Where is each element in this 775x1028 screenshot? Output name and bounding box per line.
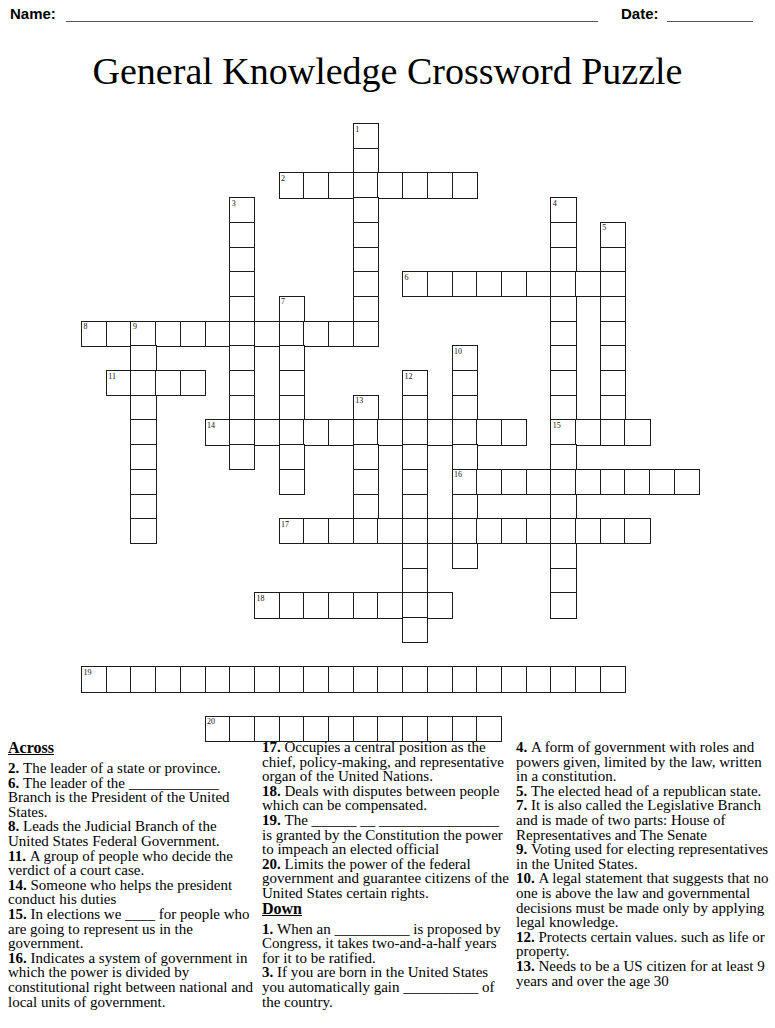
grid-cell[interactable]: 11 [106, 370, 132, 396]
clue-text: A form of government with roles and powe… [516, 739, 762, 784]
grid-cell[interactable] [229, 271, 255, 297]
grid-cell[interactable] [501, 271, 527, 297]
grid-cell[interactable] [550, 469, 576, 495]
grid-cell[interactable] [476, 469, 502, 495]
grid-cell[interactable] [229, 321, 255, 347]
clue-number: 12. [516, 929, 539, 945]
grid-cell[interactable] [427, 518, 453, 544]
grid-cell[interactable] [550, 568, 576, 594]
grid-cell[interactable] [600, 345, 626, 371]
grid-cell[interactable] [452, 370, 478, 396]
grid-cell[interactable] [279, 370, 305, 396]
cell-number: 19 [84, 668, 92, 677]
clue-item: 9. Voting used for electing representati… [516, 842, 769, 871]
clue-item: 20. Limits the power of the federal gove… [262, 857, 510, 901]
grid-cell[interactable] [402, 395, 428, 421]
clue-item: 10. A legal statement that suggests that… [516, 871, 769, 929]
date-fill-in-line[interactable] [667, 21, 753, 22]
cell-number: 8 [84, 322, 88, 331]
clue-number: 6. [8, 775, 23, 791]
clue-number: 10. [516, 870, 539, 886]
grid-cell[interactable] [303, 592, 329, 618]
grid-cell[interactable] [328, 172, 354, 198]
cell-number: 7 [281, 297, 285, 306]
clue-text: It is also called the Legislative Branch… [516, 797, 761, 842]
grid-cell[interactable] [279, 419, 305, 445]
grid-cell[interactable] [353, 271, 379, 297]
grid-cell[interactable] [427, 419, 453, 445]
page-title: General Knowledge Crossword Puzzle [0, 50, 775, 92]
grid-cell[interactable] [130, 444, 156, 470]
grid-cell[interactable] [279, 395, 305, 421]
clue-item: 17. Occupies a central position as the c… [262, 740, 510, 784]
grid-cell[interactable]: 10 [452, 345, 478, 371]
grid-cell[interactable] [155, 666, 181, 692]
grid-cell[interactable] [155, 321, 181, 347]
grid-cell[interactable] [550, 296, 576, 322]
clue-item: 16. Indicates a system of government in … [8, 951, 255, 1009]
grid-cell[interactable] [254, 666, 280, 692]
grid-cell[interactable] [600, 518, 626, 544]
grid-cell[interactable] [353, 172, 379, 198]
grid-cell[interactable] [550, 518, 576, 544]
clue-text: If you are born in the United States you… [262, 964, 494, 1009]
grid-cell[interactable] [427, 592, 453, 618]
cell-number: 3 [232, 199, 236, 208]
clue-text: A group of people who decide the verdict… [8, 848, 233, 879]
grid-cell[interactable] [377, 172, 403, 198]
grid-cell[interactable] [279, 469, 305, 495]
grid-cell[interactable] [353, 247, 379, 273]
grid-cell[interactable] [526, 469, 552, 495]
cell-number: 11 [108, 372, 116, 381]
clue-item: 3. If you are born in the United States … [262, 965, 510, 1009]
grid-cell[interactable] [229, 666, 255, 692]
grid-cell[interactable] [180, 370, 206, 396]
grid-cell[interactable] [550, 666, 576, 692]
clue-item: 6. The leader of the ____________ Branch… [8, 776, 255, 820]
grid-cell[interactable] [575, 469, 601, 495]
grid-cell[interactable] [550, 321, 576, 347]
clue-text: Occupies a central position as the chief… [262, 739, 504, 784]
grid-cell[interactable] [377, 592, 403, 618]
clue-number: 8. [8, 818, 23, 834]
clue-number: 4. [516, 739, 531, 755]
grid-cell[interactable] [550, 444, 576, 470]
grid-cell[interactable] [402, 494, 428, 520]
grid-cell[interactable] [624, 419, 650, 445]
cell-number: 2 [281, 174, 285, 183]
grid-cell[interactable] [452, 543, 478, 569]
grid-cell[interactable]: 1 [353, 123, 379, 149]
grid-cell[interactable] [130, 395, 156, 421]
grid-cell[interactable] [600, 296, 626, 322]
cell-number: 17 [281, 520, 289, 529]
grid-cell[interactable] [377, 419, 403, 445]
clue-text: Protects certain values. such as life or… [516, 929, 765, 960]
grid-cell[interactable] [501, 518, 527, 544]
grid-cell[interactable] [303, 321, 329, 347]
grid-cell[interactable]: 4 [550, 197, 576, 223]
grid-cell[interactable] [353, 222, 379, 248]
clue-item: 12. Protects certain values. such as lif… [516, 930, 769, 959]
grid-cell[interactable] [353, 494, 379, 520]
clue-item: 1. When an __________ is proposed by Con… [262, 922, 510, 966]
grid-cell[interactable] [303, 172, 329, 198]
name-label: Name: [10, 5, 56, 22]
grid-cell[interactable] [130, 666, 156, 692]
grid-cell[interactable] [649, 469, 675, 495]
grid-cell[interactable] [476, 271, 502, 297]
clue-item: 8. Leads the Judicial Branch of the Unit… [8, 819, 255, 848]
grid-cell[interactable]: 6 [402, 271, 428, 297]
grid-cell[interactable] [229, 395, 255, 421]
grid-cell[interactable] [130, 494, 156, 520]
clues-across-header: Across [8, 740, 255, 756]
grid-cell[interactable] [353, 666, 379, 692]
grid-cell[interactable] [550, 395, 576, 421]
grid-cell[interactable] [452, 395, 478, 421]
grid-cell[interactable] [229, 247, 255, 273]
clue-number: 19. [262, 812, 285, 828]
grid-cell[interactable]: 13 [353, 395, 379, 421]
grid-cell[interactable] [402, 666, 428, 692]
grid-cell[interactable] [353, 518, 379, 544]
grid-cell[interactable] [575, 271, 601, 297]
grid-cell[interactable] [180, 666, 206, 692]
grid-cell[interactable] [402, 617, 428, 643]
grid-cell[interactable] [402, 469, 428, 495]
grid-cell[interactable] [353, 296, 379, 322]
cell-number: 16 [454, 470, 462, 479]
grid-cell[interactable] [600, 469, 626, 495]
clue-number: 1. [262, 921, 277, 937]
clue-number: 2. [8, 760, 23, 776]
grid-cell[interactable] [328, 518, 354, 544]
grid-cell[interactable] [476, 666, 502, 692]
date-label: Date: [621, 5, 659, 22]
grid-cell[interactable]: 8 [81, 321, 107, 347]
grid-cell[interactable]: 2 [279, 172, 305, 198]
clue-text: In elections we ____ for people who are … [8, 906, 250, 951]
cell-number: 5 [602, 223, 606, 232]
grid-cell[interactable]: 5 [600, 222, 626, 248]
grid-cell[interactable] [427, 271, 453, 297]
grid-cell[interactable] [550, 271, 576, 297]
grid-cell[interactable] [353, 469, 379, 495]
grid-cell[interactable] [427, 666, 453, 692]
cell-number: 13 [355, 396, 363, 405]
worksheet-page: { "game": "crossword", "title": "General… [0, 0, 775, 1028]
clue-item: 2. The leader of a state or province. [8, 761, 255, 776]
clue-text: Voting used for electing representatives… [516, 841, 768, 872]
clue-number: 11. [8, 848, 30, 864]
grid-cell[interactable] [130, 469, 156, 495]
clue-number: 14. [8, 877, 31, 893]
clue-column-right: 4. A form of government with roles and p… [516, 740, 769, 988]
clue-text: Leads the Judicial Branch of the United … [8, 818, 220, 849]
grid-cell[interactable] [130, 518, 156, 544]
grid-cell[interactable] [624, 469, 650, 495]
grid-cell[interactable] [353, 444, 379, 470]
clue-text: Deals with disputes between people which… [262, 783, 499, 814]
grid-cell[interactable] [303, 666, 329, 692]
cell-number: 1 [355, 125, 359, 134]
cell-number: 14 [207, 421, 215, 430]
grid-cell[interactable] [600, 395, 626, 421]
crossword-grid: 1234567891011121314151617181920 [81, 123, 699, 741]
grid-cell[interactable]: 9 [130, 321, 156, 347]
grid-cell[interactable]: 17 [279, 518, 305, 544]
grid-cell[interactable] [501, 469, 527, 495]
grid-cell[interactable]: 12 [402, 370, 428, 396]
grid-cell[interactable] [229, 444, 255, 470]
grid-cell[interactable] [600, 271, 626, 297]
grid-cell[interactable] [279, 321, 305, 347]
grid-cell[interactable] [550, 345, 576, 371]
grid-cell[interactable] [229, 419, 255, 445]
clue-item: 13. Needs to be a US citizen for at leas… [516, 959, 769, 988]
grid-cell[interactable] [328, 321, 354, 347]
clue-item: 19. The ______ __ ________________ is gr… [262, 813, 510, 857]
grid-cell[interactable] [402, 419, 428, 445]
grid-cell[interactable]: 7 [279, 296, 305, 322]
grid-cell[interactable] [674, 469, 700, 495]
grid-cell[interactable] [279, 444, 305, 470]
grid-cell[interactable] [624, 518, 650, 544]
grid-cell[interactable] [476, 419, 502, 445]
cell-number: 10 [454, 347, 462, 356]
clue-text: Needs to be a US citizen for at least 9 … [516, 958, 765, 989]
clue-text: The leader of the ____________ Branch is… [8, 775, 230, 820]
grid-cell[interactable] [501, 419, 527, 445]
grid-cell[interactable] [452, 271, 478, 297]
grid-cell[interactable] [600, 321, 626, 347]
clue-number: 15. [8, 906, 31, 922]
grid-cell[interactable] [550, 370, 576, 396]
clue-item: 15. In elections we ____ for people who … [8, 907, 255, 951]
grid-cell[interactable]: 18 [254, 592, 280, 618]
clue-item: 18. Deals with disputes between people w… [262, 784, 510, 813]
grid-cell[interactable]: 20 [205, 716, 231, 742]
grid-cell[interactable] [575, 518, 601, 544]
grid-cell[interactable] [205, 321, 231, 347]
clue-number: 7. [516, 797, 531, 813]
clue-number: 16. [8, 950, 31, 966]
grid-cell[interactable] [229, 716, 255, 742]
cell-number: 15 [553, 421, 561, 430]
grid-cell[interactable] [377, 666, 403, 692]
cell-number: 18 [256, 594, 264, 603]
grid-cell[interactable] [353, 197, 379, 223]
name-fill-in-line[interactable] [66, 21, 598, 22]
grid-cell[interactable] [279, 666, 305, 692]
grid-cell[interactable] [205, 666, 231, 692]
clue-text: When an __________ is proposed by Congre… [262, 921, 501, 966]
cell-number: 12 [405, 372, 413, 381]
grid-cell[interactable] [402, 172, 428, 198]
clue-column-middle: 17. Occupies a central position as the c… [262, 740, 510, 1009]
grid-cell[interactable] [402, 518, 428, 544]
grid-cell[interactable] [526, 518, 552, 544]
grid-cell[interactable] [328, 666, 354, 692]
grid-cell[interactable] [452, 172, 478, 198]
grid-cell[interactable] [130, 419, 156, 445]
grid-cell[interactable] [377, 518, 403, 544]
clue-number: 9. [516, 841, 531, 857]
grid-cell[interactable] [452, 494, 478, 520]
clue-text: Limits the power of the federal governme… [262, 856, 509, 901]
clue-item: 11. A group of people who decide the ver… [8, 849, 255, 878]
grid-cell[interactable] [328, 592, 354, 618]
grid-cell[interactable]: 15 [550, 419, 576, 445]
grid-cell[interactable]: 19 [81, 666, 107, 692]
grid-cell[interactable] [402, 543, 428, 569]
clue-text: Indicates a system of government in whic… [8, 950, 253, 1010]
grid-cell[interactable] [353, 592, 379, 618]
grid-cell[interactable] [106, 321, 132, 347]
clue-item: 5. The elected head of a republican stat… [516, 784, 769, 799]
grid-cell[interactable] [254, 321, 280, 347]
grid-cell[interactable] [328, 419, 354, 445]
grid-cell[interactable] [452, 518, 478, 544]
cell-number: 4 [553, 199, 557, 208]
grid-cell[interactable] [575, 666, 601, 692]
grid-cell[interactable] [155, 370, 181, 396]
grid-cell[interactable]: 3 [229, 197, 255, 223]
clue-number: 13. [516, 958, 539, 974]
grid-cell[interactable] [279, 592, 305, 618]
grid-cell[interactable] [303, 518, 329, 544]
grid-cell[interactable] [575, 419, 601, 445]
clues-down-header: Down [262, 901, 510, 917]
grid-cell[interactable] [550, 494, 576, 520]
grid-cell[interactable] [600, 370, 626, 396]
grid-cell[interactable] [452, 419, 478, 445]
clue-column-left: Across2. The leader of a state or provin… [8, 740, 255, 1009]
cell-number: 6 [405, 273, 409, 282]
clue-number: 18. [262, 783, 285, 799]
grid-cell[interactable] [550, 543, 576, 569]
clue-number: 3. [262, 964, 277, 980]
grid-cell[interactable] [229, 370, 255, 396]
grid-cell[interactable] [600, 419, 626, 445]
clue-text: The leader of a state or province. [23, 760, 221, 776]
grid-cell[interactable] [526, 666, 552, 692]
clue-text: A legal statement that suggests that no … [516, 870, 768, 930]
grid-cell[interactable] [353, 419, 379, 445]
clue-text: The ______ __ ________________ is grante… [262, 812, 503, 857]
clue-item: 7. It is also called the Legislative Bra… [516, 798, 769, 842]
grid-cell[interactable]: 16 [452, 469, 478, 495]
grid-cell[interactable] [501, 666, 527, 692]
grid-cell[interactable] [600, 666, 626, 692]
grid-cell[interactable] [452, 444, 478, 470]
clue-number: 17. [262, 739, 285, 755]
clue-number: 20. [262, 856, 285, 872]
grid-cell[interactable] [402, 568, 428, 594]
grid-cell[interactable]: 14 [205, 419, 231, 445]
grid-cell[interactable] [526, 271, 552, 297]
grid-cell[interactable] [476, 518, 502, 544]
grid-cell[interactable] [600, 247, 626, 273]
grid-cell[interactable] [402, 444, 428, 470]
grid-cell[interactable] [452, 666, 478, 692]
clue-number: 5. [516, 783, 531, 799]
grid-cell[interactable] [130, 370, 156, 396]
grid-cell[interactable] [402, 592, 428, 618]
grid-cell[interactable] [303, 419, 329, 445]
clue-text: The elected head of a republican state. [531, 783, 761, 799]
grid-cell[interactable] [353, 321, 379, 347]
cell-number: 9 [133, 322, 137, 331]
clue-text: Someone who helps the president conduct … [8, 877, 232, 908]
grid-cell[interactable] [106, 666, 132, 692]
grid-cell[interactable] [130, 345, 156, 371]
cell-number: 20 [207, 717, 215, 726]
grid-cell[interactable] [229, 222, 255, 248]
grid-cell[interactable] [550, 222, 576, 248]
grid-cell[interactable] [254, 419, 280, 445]
grid-cell[interactable] [229, 296, 255, 322]
clue-item: 4. A form of government with roles and p… [516, 740, 769, 784]
grid-cell[interactable] [427, 172, 453, 198]
grid-cell[interactable] [353, 148, 379, 174]
grid-cell[interactable] [279, 345, 305, 371]
grid-cell[interactable] [550, 247, 576, 273]
clue-item: 14. Someone who helps the president cond… [8, 878, 255, 907]
grid-cell[interactable] [180, 321, 206, 347]
grid-cell[interactable] [550, 592, 576, 618]
grid-cell[interactable] [229, 345, 255, 371]
